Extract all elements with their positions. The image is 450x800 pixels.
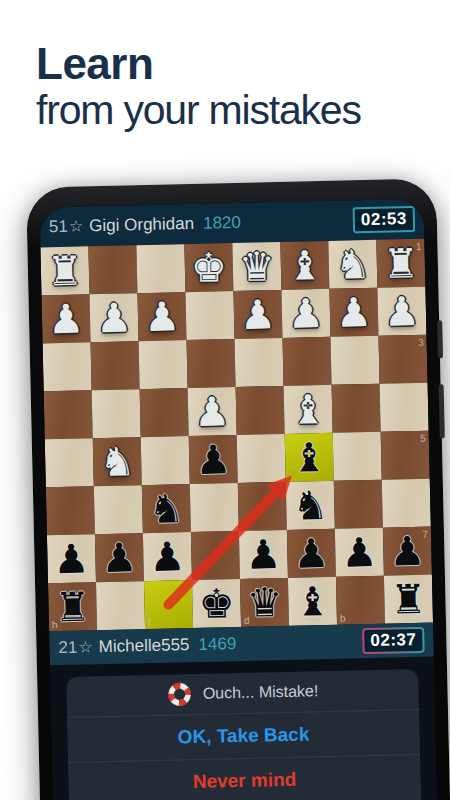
promo-canvas: Learn from your mistakes 51 ☆ Gigi Orghi… [0,0,450,800]
player-rating: 1469 [198,634,236,655]
chess-board[interactable]: ♜♚♛♝♞♜1♟♟♟♟♟♟♟3♟♝♞♟♝5♞♞♟♟♟♟♟♟♟7♜hf♚♛d♝b♜ [40,239,433,632]
square-c6[interactable]: ♞ [286,481,335,530]
phone-mockup: 51 ☆ Gigi Orghidan 1820 02:53 ♜♚♛♝♞♜1♟♟♟… [26,178,450,800]
square-a2[interactable]: ♟ [377,287,426,336]
piece-wP-c2[interactable]: ♟ [281,289,330,338]
square-h5[interactable] [45,438,94,487]
square-e8[interactable]: ♚ [192,579,241,628]
file-label-d: d [244,615,250,626]
piece-bB-c5[interactable]: ♝ [285,433,334,482]
square-d2[interactable]: ♟ [233,290,282,339]
player-clock-time: 02:37 [370,630,416,650]
square-b5[interactable] [333,432,382,481]
square-d3[interactable] [235,338,284,387]
opponent-clock: 02:53 [353,206,416,233]
piece-wN-g5[interactable]: ♞ [93,437,142,486]
phone-screen: 51 ☆ Gigi Orghidan 1820 02:53 ♜♚♛♝♞♜1♟♟♟… [39,199,438,800]
square-a6[interactable] [382,479,431,528]
opponent-rating: 1820 [203,213,241,234]
square-b6[interactable] [334,480,383,529]
square-a1[interactable]: ♜1 [376,239,425,288]
square-f2[interactable]: ♟ [137,292,186,341]
square-e6[interactable] [190,483,239,532]
square-e4[interactable]: ♟ [188,387,237,436]
player-bar: 21 ☆ Michelle555 1469 02:37 [49,623,434,666]
piece-wN-b1[interactable]: ♞ [328,240,377,289]
square-f5[interactable] [141,436,190,485]
piece-bN-c6[interactable]: ♞ [286,481,335,530]
square-a3[interactable]: 3 [378,335,427,384]
volume-button [437,320,443,358]
headline: Learn from your mistakes [36,42,361,132]
square-h7[interactable]: ♟ [47,534,96,583]
square-b7[interactable]: ♟ [335,528,384,577]
life-buoy-icon [166,681,193,708]
piece-bP-f7[interactable]: ♟ [143,532,192,581]
rank-label-1: 1 [416,241,422,252]
ok-take-back-button[interactable]: OK, Take Back [67,709,420,762]
headline-line1: Learn [36,42,361,86]
square-g5[interactable]: ♞ [93,437,142,486]
piece-wP-g2[interactable]: ♟ [89,293,138,342]
square-b8[interactable]: b [336,576,385,625]
square-f6[interactable]: ♞ [142,484,191,533]
power-button [439,384,445,438]
square-a4[interactable] [380,383,429,432]
never-mind-button[interactable]: Never mind [68,754,421,800]
piece-wK-e1[interactable]: ♚ [184,243,233,292]
square-g6[interactable] [94,485,143,534]
piece-bP-h7[interactable]: ♟ [47,534,96,583]
square-g1[interactable] [88,245,137,294]
square-g7[interactable]: ♟ [95,533,144,582]
square-c2[interactable]: ♟ [281,289,330,338]
rank-label-3: 3 [418,337,424,348]
square-b1[interactable]: ♞ [328,240,377,289]
square-f3[interactable] [139,340,188,389]
square-h4[interactable] [44,390,93,439]
square-f7[interactable]: ♟ [143,532,192,581]
piece-wB-c4[interactable]: ♝ [284,385,333,434]
piece-bN-f6[interactable]: ♞ [142,484,191,533]
square-a8[interactable]: ♜ [384,575,433,624]
rank-label-5: 5 [420,433,426,444]
square-c3[interactable] [283,337,332,386]
piece-bK-e8[interactable]: ♚ [192,579,241,628]
square-d1[interactable]: ♛ [232,242,281,291]
square-e2[interactable] [185,291,234,340]
square-g2[interactable]: ♟ [89,293,138,342]
star-icon: ☆ [69,216,84,235]
piece-bP-c7[interactable]: ♟ [287,529,336,578]
square-h6[interactable] [46,486,95,535]
piece-wB-c1[interactable]: ♝ [280,241,329,290]
piece-wP-h2[interactable]: ♟ [41,294,90,343]
square-d5[interactable] [237,434,286,483]
rank-label-7: 7 [422,529,428,540]
mistake-dialog: Ouch... Mistake! OK, Take Back Never min… [66,669,423,800]
piece-wP-d2[interactable]: ♟ [233,290,282,339]
square-e7[interactable] [191,531,240,580]
square-h8[interactable]: ♜h [48,582,97,631]
square-c1[interactable]: ♝ [280,241,329,290]
piece-bB-c8[interactable]: ♝ [288,577,337,626]
file-label-h: h [52,619,58,630]
square-h3[interactable] [43,342,92,391]
square-d7[interactable]: ♟ [239,530,288,579]
square-f1[interactable] [136,244,185,293]
headline-line2: from your mistakes [36,89,361,132]
player-level: 21 [58,638,77,658]
piece-bP-g7[interactable]: ♟ [95,533,144,582]
square-f8[interactable]: f [144,580,193,629]
square-a7[interactable]: ♟7 [383,527,432,576]
square-c8[interactable]: ♝ [288,577,337,626]
star-icon: ☆ [78,637,93,656]
opponent-name: Gigi Orghidan [89,214,194,236]
piece-bP-b7[interactable]: ♟ [335,528,384,577]
piece-wQ-d1[interactable]: ♛ [232,242,281,291]
square-b4[interactable] [332,384,381,433]
piece-wP-a2[interactable]: ♟ [377,287,426,336]
square-e3[interactable] [187,339,236,388]
square-d6[interactable] [238,482,287,531]
square-c4[interactable]: ♝ [284,385,333,434]
piece-bR-a8[interactable]: ♜ [384,575,433,624]
file-label-f: f [148,617,151,628]
square-g8[interactable] [96,581,145,630]
square-a5[interactable]: 5 [381,431,430,480]
square-c7[interactable]: ♟ [287,529,336,578]
player-name: Michelle555 [99,635,190,657]
opponent-level: 51 [49,217,68,237]
dialog-title: Ouch... Mistake! [203,682,319,703]
square-g4[interactable] [92,389,141,438]
square-b3[interactable] [331,336,380,385]
square-d4[interactable] [236,386,285,435]
file-label-b: b [340,613,346,624]
square-f4[interactable] [140,388,189,437]
ok-take-back-label: OK, Take Back [177,723,309,748]
square-h2[interactable]: ♟ [41,294,90,343]
square-h1[interactable]: ♜ [40,246,89,295]
piece-wR-h1[interactable]: ♜ [40,246,89,295]
square-d8[interactable]: ♛d [240,578,289,627]
player-clock: 02:37 [362,627,425,654]
piece-bP-e5[interactable]: ♟ [189,435,238,484]
opponent-clock-time: 02:53 [361,209,407,229]
piece-wP-e4[interactable]: ♟ [188,387,237,436]
piece-wP-f2[interactable]: ♟ [137,292,186,341]
square-b2[interactable]: ♟ [329,288,378,337]
square-c5[interactable]: ♝ [285,433,334,482]
never-mind-label: Never mind [193,769,297,793]
square-g3[interactable] [91,341,140,390]
square-e1[interactable]: ♚ [184,243,233,292]
piece-bP-d7[interactable]: ♟ [239,530,288,579]
piece-wP-b2[interactable]: ♟ [329,288,378,337]
square-e5[interactable]: ♟ [189,435,238,484]
